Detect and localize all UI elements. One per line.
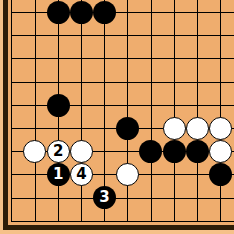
move-number: 2 (53, 144, 63, 159)
go-board: 2143 (0, 0, 234, 234)
stone-white[interactable] (23, 140, 46, 163)
stone-black[interactable] (93, 1, 116, 24)
stone-white[interactable] (163, 117, 186, 140)
stone-black[interactable] (47, 94, 70, 117)
stone-white[interactable]: 4 (70, 163, 93, 186)
stone-black[interactable] (186, 140, 209, 163)
move-number: 3 (99, 190, 109, 205)
stone-black[interactable] (70, 1, 93, 24)
move-number: 1 (53, 167, 63, 182)
move-number: 4 (76, 167, 86, 182)
stone-black[interactable]: 1 (47, 163, 70, 186)
stone-grid: 2143 (0, 1, 232, 233)
stone-white[interactable] (70, 140, 93, 163)
stone-white[interactable] (209, 140, 232, 163)
stone-black[interactable] (116, 117, 139, 140)
stone-black[interactable] (209, 163, 232, 186)
stone-white[interactable] (116, 163, 139, 186)
stone-white[interactable] (186, 117, 209, 140)
stone-black[interactable] (139, 140, 162, 163)
stone-white[interactable]: 2 (47, 140, 70, 163)
stone-black[interactable] (47, 1, 70, 24)
stone-black[interactable]: 3 (93, 186, 116, 209)
stone-black[interactable] (163, 140, 186, 163)
stone-white[interactable] (209, 117, 232, 140)
